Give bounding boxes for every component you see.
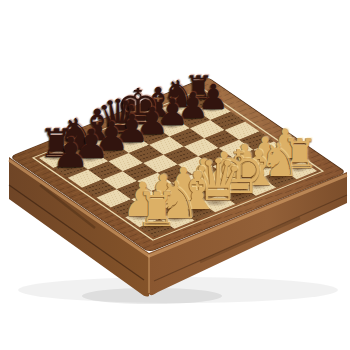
chess-set-product-photo[interactable]: ♜♞♝♛♚♝♞♜♟♟♟♟♟♟♟♟♟♟♟♟♟♟♟♟♜♞♝♛♚♝♞♜ <box>0 0 350 350</box>
